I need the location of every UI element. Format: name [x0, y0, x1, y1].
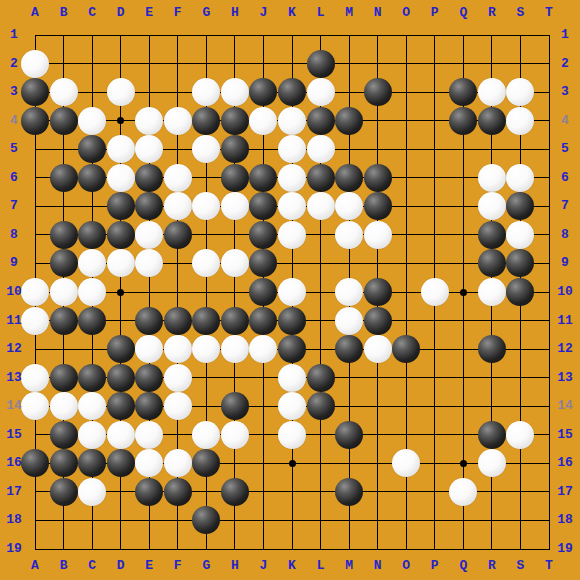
coordinate-label: 2	[3, 57, 25, 71]
stone-white-s6	[506, 164, 534, 192]
coordinate-label: 17	[554, 485, 576, 499]
stone-black-a16	[21, 449, 49, 477]
go-board-diagram: AABBCCDDEEFFGGHHJJKKLLMMNNOOPPQQRRSSTT11…	[0, 0, 580, 580]
stone-black-c11	[78, 307, 106, 335]
stone-black-j3	[249, 78, 277, 106]
coordinate-label: 7	[554, 199, 576, 213]
stone-black-l13	[307, 364, 335, 392]
coordinate-label: 13	[3, 371, 25, 385]
coordinate-label: E	[138, 559, 160, 573]
stone-black-r12	[478, 335, 506, 363]
stone-black-b17	[50, 478, 78, 506]
coordinate-label: O	[395, 559, 417, 573]
coordinate-label: 7	[3, 199, 25, 213]
coordinate-label: G	[195, 559, 217, 573]
stone-black-c8	[78, 221, 106, 249]
coordinate-label: M	[338, 559, 360, 573]
coordinate-label: E	[138, 6, 160, 20]
star-point-d10	[117, 289, 124, 296]
stone-black-j8	[249, 221, 277, 249]
stone-black-h14	[221, 392, 249, 420]
stone-white-c15	[78, 421, 106, 449]
coordinate-label: 6	[554, 171, 576, 185]
stone-white-h3	[221, 78, 249, 106]
coordinate-label: 18	[3, 513, 25, 527]
coordinate-label: 9	[3, 256, 25, 270]
stone-white-e5	[135, 135, 163, 163]
stone-white-f4	[164, 107, 192, 135]
stone-black-m12	[335, 335, 363, 363]
stone-black-g11	[192, 307, 220, 335]
stone-black-f8	[164, 221, 192, 249]
coordinate-label: N	[367, 559, 389, 573]
coordinate-label: 3	[554, 85, 576, 99]
stone-white-s4	[506, 107, 534, 135]
stone-black-s10	[506, 278, 534, 306]
stone-white-e9	[135, 249, 163, 277]
stone-black-g16	[192, 449, 220, 477]
stone-white-a14	[21, 392, 49, 420]
stone-black-e17	[135, 478, 163, 506]
stone-white-k5	[278, 135, 306, 163]
star-point-k16	[289, 460, 296, 467]
stone-white-f14	[164, 392, 192, 420]
stone-black-e6	[135, 164, 163, 192]
coordinate-label: G	[195, 6, 217, 20]
stone-white-k15	[278, 421, 306, 449]
stone-black-c13	[78, 364, 106, 392]
coordinate-label: 11	[554, 314, 576, 328]
stone-white-d3	[107, 78, 135, 106]
stone-white-m11	[335, 307, 363, 335]
stone-white-g3	[192, 78, 220, 106]
stone-black-l2	[307, 50, 335, 78]
stone-white-a11	[21, 307, 49, 335]
stone-white-m8	[335, 221, 363, 249]
stone-white-e16	[135, 449, 163, 477]
stone-white-h12	[221, 335, 249, 363]
coordinate-label: 9	[554, 256, 576, 270]
coordinate-label: T	[538, 6, 560, 20]
coordinate-label: H	[224, 6, 246, 20]
stone-black-c16	[78, 449, 106, 477]
stone-white-l3	[307, 78, 335, 106]
stone-white-b10	[50, 278, 78, 306]
stone-white-f6	[164, 164, 192, 192]
stone-white-a2	[21, 50, 49, 78]
coordinate-label: F	[167, 559, 189, 573]
stone-white-h15	[221, 421, 249, 449]
stone-white-c14	[78, 392, 106, 420]
stone-white-e4	[135, 107, 163, 135]
stone-black-q3	[449, 78, 477, 106]
stone-white-a10	[21, 278, 49, 306]
coordinate-label: K	[281, 559, 303, 573]
stone-black-d14	[107, 392, 135, 420]
stone-black-g4	[192, 107, 220, 135]
stone-white-j12	[249, 335, 277, 363]
stone-white-b3	[50, 78, 78, 106]
coordinate-label: A	[24, 6, 46, 20]
stone-white-n12	[364, 335, 392, 363]
stone-white-n8	[364, 221, 392, 249]
stone-black-m15	[335, 421, 363, 449]
stone-black-m4	[335, 107, 363, 135]
stone-black-h6	[221, 164, 249, 192]
stone-black-e7	[135, 192, 163, 220]
stone-black-n7	[364, 192, 392, 220]
stone-black-k12	[278, 335, 306, 363]
stone-white-r6	[478, 164, 506, 192]
stone-black-f11	[164, 307, 192, 335]
stone-white-g12	[192, 335, 220, 363]
stone-white-k10	[278, 278, 306, 306]
stone-black-r8	[478, 221, 506, 249]
stone-black-r9	[478, 249, 506, 277]
stone-white-r7	[478, 192, 506, 220]
coordinate-label: 10	[3, 285, 25, 299]
stone-white-g5	[192, 135, 220, 163]
stone-black-b9	[50, 249, 78, 277]
stone-black-e13	[135, 364, 163, 392]
stone-white-k14	[278, 392, 306, 420]
stone-white-o16	[392, 449, 420, 477]
stone-black-d8	[107, 221, 135, 249]
coordinate-label: P	[424, 6, 446, 20]
stone-white-e15	[135, 421, 163, 449]
stone-black-n11	[364, 307, 392, 335]
stone-black-m6	[335, 164, 363, 192]
stone-black-b16	[50, 449, 78, 477]
stone-white-d15	[107, 421, 135, 449]
stone-white-k8	[278, 221, 306, 249]
stone-black-j7	[249, 192, 277, 220]
coordinate-label: 17	[3, 485, 25, 499]
coordinate-label: Q	[452, 6, 474, 20]
coordinate-label: 5	[3, 142, 25, 156]
stone-white-l5	[307, 135, 335, 163]
stone-white-e8	[135, 221, 163, 249]
stone-black-f17	[164, 478, 192, 506]
stone-white-k4	[278, 107, 306, 135]
stone-black-l6	[307, 164, 335, 192]
coordinate-label: K	[281, 6, 303, 20]
star-point-q10	[460, 289, 467, 296]
stone-black-h4	[221, 107, 249, 135]
stone-white-f7	[164, 192, 192, 220]
stone-white-d9	[107, 249, 135, 277]
coordinate-label: 16	[3, 456, 25, 470]
stone-black-d7	[107, 192, 135, 220]
stone-black-s9	[506, 249, 534, 277]
coordinate-label: 11	[3, 314, 25, 328]
coordinate-label: 4	[554, 114, 576, 128]
stone-black-b8	[50, 221, 78, 249]
coordinate-label: P	[424, 559, 446, 573]
stone-white-r16	[478, 449, 506, 477]
stone-black-b15	[50, 421, 78, 449]
coordinate-label: 16	[554, 456, 576, 470]
coordinate-label: L	[310, 6, 332, 20]
stone-black-d13	[107, 364, 135, 392]
stone-black-h11	[221, 307, 249, 335]
stone-black-j9	[249, 249, 277, 277]
coordinate-label: S	[509, 6, 531, 20]
coordinate-label: R	[481, 6, 503, 20]
coordinate-label: 18	[554, 513, 576, 527]
star-point-d4	[117, 117, 124, 124]
grid-line-horizontal	[35, 549, 550, 550]
coordinate-label: 12	[3, 342, 25, 356]
coordinate-label: D	[110, 6, 132, 20]
coordinate-label: J	[252, 559, 274, 573]
stone-black-h5	[221, 135, 249, 163]
stone-black-r4	[478, 107, 506, 135]
stone-white-m7	[335, 192, 363, 220]
stone-black-j6	[249, 164, 277, 192]
stone-white-c9	[78, 249, 106, 277]
coordinate-label: C	[81, 559, 103, 573]
stone-black-o12	[392, 335, 420, 363]
coordinate-label: 10	[554, 285, 576, 299]
coordinate-label: O	[395, 6, 417, 20]
stone-black-l4	[307, 107, 335, 135]
coordinate-label: 3	[3, 85, 25, 99]
coordinate-label: 6	[3, 171, 25, 185]
coordinate-label: 8	[554, 228, 576, 242]
coordinate-label: 14	[554, 399, 576, 413]
coordinate-label: M	[338, 6, 360, 20]
stone-black-h17	[221, 478, 249, 506]
coordinate-label: 8	[3, 228, 25, 242]
stone-white-s15	[506, 421, 534, 449]
stone-white-q17	[449, 478, 477, 506]
stone-white-c4	[78, 107, 106, 135]
coordinate-label: Q	[452, 559, 474, 573]
stone-black-d16	[107, 449, 135, 477]
stone-white-g15	[192, 421, 220, 449]
stone-black-c6	[78, 164, 106, 192]
stone-black-e11	[135, 307, 163, 335]
coordinate-label: F	[167, 6, 189, 20]
stone-white-c17	[78, 478, 106, 506]
stone-white-d5	[107, 135, 135, 163]
stone-white-k6	[278, 164, 306, 192]
coordinate-label: 1	[3, 28, 25, 42]
stone-black-e14	[135, 392, 163, 420]
stone-black-c5	[78, 135, 106, 163]
stone-white-r10	[478, 278, 506, 306]
stone-black-g18	[192, 506, 220, 534]
stone-white-d6	[107, 164, 135, 192]
coordinate-label: 5	[554, 142, 576, 156]
stone-white-f12	[164, 335, 192, 363]
stone-white-s8	[506, 221, 534, 249]
stone-white-h7	[221, 192, 249, 220]
stone-white-b14	[50, 392, 78, 420]
stone-white-l7	[307, 192, 335, 220]
coordinate-label: 13	[554, 371, 576, 385]
stone-white-f13	[164, 364, 192, 392]
stone-black-j11	[249, 307, 277, 335]
coordinate-label: 4	[3, 114, 25, 128]
stone-black-r15	[478, 421, 506, 449]
stone-black-n3	[364, 78, 392, 106]
stone-white-m10	[335, 278, 363, 306]
coordinate-label: 15	[554, 428, 576, 442]
coordinate-label: H	[224, 559, 246, 573]
coordinate-label: A	[24, 559, 46, 573]
grid-line-vertical	[549, 35, 550, 550]
stone-black-a4	[21, 107, 49, 135]
coordinate-label: 2	[554, 57, 576, 71]
coordinate-label: 14	[3, 399, 25, 413]
coordinate-label: S	[509, 559, 531, 573]
stone-black-b11	[50, 307, 78, 335]
stone-white-s3	[506, 78, 534, 106]
stone-white-g7	[192, 192, 220, 220]
star-point-q16	[460, 460, 467, 467]
stone-black-l14	[307, 392, 335, 420]
coordinate-label: 1	[554, 28, 576, 42]
stone-white-g9	[192, 249, 220, 277]
stone-black-k11	[278, 307, 306, 335]
stone-black-d12	[107, 335, 135, 363]
stone-black-s7	[506, 192, 534, 220]
coordinate-label: 15	[3, 428, 25, 442]
coordinate-label: D	[110, 559, 132, 573]
stone-white-c10	[78, 278, 106, 306]
coordinate-label: T	[538, 559, 560, 573]
coordinate-label: B	[53, 559, 75, 573]
stone-black-b4	[50, 107, 78, 135]
stone-black-n10	[364, 278, 392, 306]
stone-white-p10	[421, 278, 449, 306]
stone-white-e12	[135, 335, 163, 363]
coordinate-label: 19	[3, 542, 25, 556]
stone-white-h9	[221, 249, 249, 277]
grid-line-horizontal	[35, 520, 550, 521]
coordinate-label: 12	[554, 342, 576, 356]
stone-white-r3	[478, 78, 506, 106]
stone-black-a3	[21, 78, 49, 106]
stone-black-n6	[364, 164, 392, 192]
stone-white-a13	[21, 364, 49, 392]
coordinate-label: L	[310, 559, 332, 573]
stone-black-j10	[249, 278, 277, 306]
stone-white-k13	[278, 364, 306, 392]
stone-white-f16	[164, 449, 192, 477]
stone-white-k7	[278, 192, 306, 220]
stone-black-b13	[50, 364, 78, 392]
coordinate-label: N	[367, 6, 389, 20]
stone-black-k3	[278, 78, 306, 106]
stone-black-b6	[50, 164, 78, 192]
coordinate-label: R	[481, 559, 503, 573]
stone-white-j4	[249, 107, 277, 135]
coordinate-label: C	[81, 6, 103, 20]
stone-black-q4	[449, 107, 477, 135]
coordinate-label: 19	[554, 542, 576, 556]
coordinate-label: B	[53, 6, 75, 20]
stone-black-m17	[335, 478, 363, 506]
coordinate-label: J	[252, 6, 274, 20]
